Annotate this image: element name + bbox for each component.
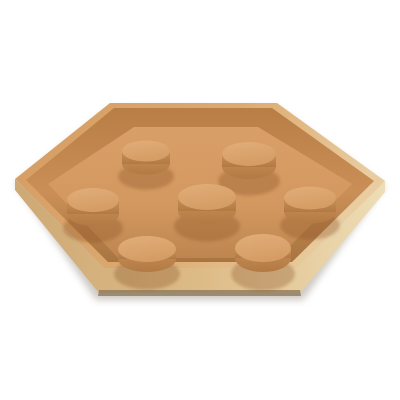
stud-top — [235, 234, 291, 262]
stud-top — [67, 188, 119, 212]
stud-cell-sw — [114, 236, 180, 290]
stud-cell-nw — [118, 141, 174, 190]
stud-cell-c — [174, 184, 240, 242]
tray-wall-base-strip — [98, 290, 301, 296]
stud-cell-se — [231, 234, 295, 291]
stud-top — [118, 236, 176, 262]
stud-cell-e — [280, 187, 340, 240]
stud-top — [222, 142, 276, 166]
stud-top — [284, 187, 336, 210]
product-photo-canvas — [0, 0, 400, 400]
hex-board-photo — [0, 0, 400, 400]
stud-top — [122, 141, 170, 162]
stud-cell-ne — [218, 142, 280, 196]
stud-top — [178, 184, 236, 210]
stud-cell-w — [63, 188, 123, 243]
